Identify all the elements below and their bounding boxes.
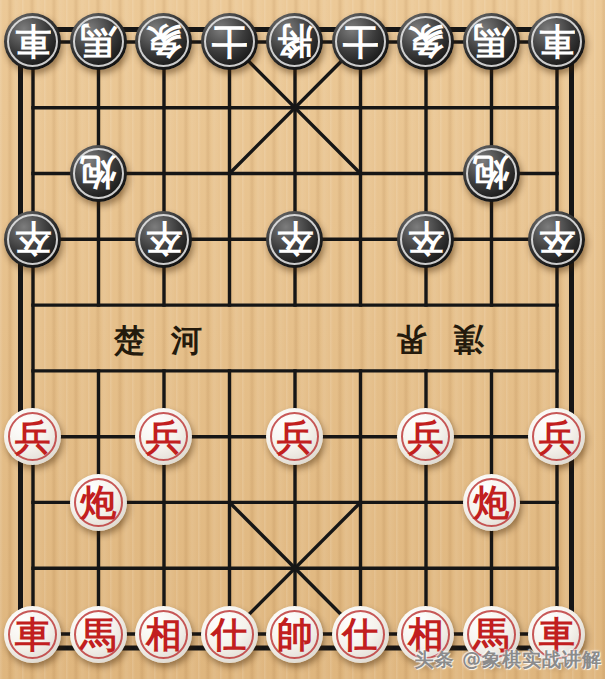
piece-glyph: 兵 — [277, 419, 313, 455]
board-cell[interactable]: 兵 — [131, 404, 197, 470]
piece-black-soldier[interactable]: 卒 — [528, 211, 585, 268]
board-cell[interactable] — [459, 535, 525, 601]
piece-black-cannon[interactable]: 炮 — [70, 145, 127, 202]
board-cell[interactable] — [328, 206, 394, 272]
board-cell[interactable]: 馬 — [66, 601, 132, 667]
board-cell[interactable]: 將 — [262, 9, 328, 75]
piece-glyph: 將 — [277, 24, 313, 60]
piece-glyph: 仕 — [342, 616, 378, 652]
piece-glyph: 兵 — [15, 419, 51, 455]
piece-red-soldier[interactable]: 兵 — [135, 408, 192, 465]
piece-black-cannon[interactable]: 炮 — [463, 145, 520, 202]
board-cell[interactable] — [197, 206, 263, 272]
piece-glyph: 車 — [539, 24, 575, 60]
board-cell[interactable] — [459, 75, 525, 141]
board-cell[interactable] — [328, 272, 394, 338]
board-cell[interactable]: 馬 — [459, 9, 525, 75]
board-cell[interactable] — [393, 535, 459, 601]
board-cell[interactable]: 炮 — [66, 141, 132, 207]
piece-black-soldier[interactable]: 卒 — [266, 211, 323, 268]
board-cell[interactable] — [66, 206, 132, 272]
piece-glyph: 士 — [342, 24, 378, 60]
piece-glyph: 馬 — [473, 24, 509, 60]
board-cell[interactable] — [0, 470, 66, 536]
piece-black-advisor[interactable]: 士 — [332, 13, 389, 70]
piece-red-advisor[interactable]: 仕 — [332, 606, 389, 663]
piece-glyph: 卒 — [277, 221, 313, 257]
piece-glyph: 炮 — [80, 155, 116, 191]
board-cell[interactable] — [131, 470, 197, 536]
board-cell[interactable]: 馬 — [66, 9, 132, 75]
board-cell[interactable]: 卒 — [262, 206, 328, 272]
piece-black-elephant[interactable]: 象 — [397, 13, 454, 70]
board-cell[interactable] — [393, 75, 459, 141]
board-cell[interactable]: 象 — [393, 9, 459, 75]
board-cell[interactable] — [262, 535, 328, 601]
board-cell[interactable]: 仕 — [197, 601, 263, 667]
piece-glyph: 卒 — [539, 221, 575, 257]
piece-black-soldier[interactable]: 卒 — [4, 211, 61, 268]
board-cell[interactable]: 仕 — [328, 601, 394, 667]
piece-red-advisor[interactable]: 仕 — [201, 606, 258, 663]
board-cell[interactable]: 相 — [131, 601, 197, 667]
board-cell[interactable]: 帥 — [262, 601, 328, 667]
board-cell[interactable]: 炮 — [459, 470, 525, 536]
board-cell[interactable] — [0, 272, 66, 338]
piece-black-soldier[interactable]: 卒 — [397, 211, 454, 268]
board-cell[interactable]: 炮 — [66, 470, 132, 536]
board-cell[interactable] — [66, 404, 132, 470]
board-cell[interactable]: 卒 — [524, 206, 590, 272]
piece-red-soldier[interactable]: 兵 — [528, 408, 585, 465]
piece-glyph: 象 — [146, 24, 182, 60]
board-cell[interactable] — [262, 141, 328, 207]
board-cell[interactable] — [197, 141, 263, 207]
board-cell[interactable] — [0, 535, 66, 601]
piece-black-soldier[interactable]: 卒 — [135, 211, 192, 268]
board-cells: 車馬象士將士象馬車炮炮卒卒卒卒卒兵兵兵兵兵炮炮車馬相仕帥仕相馬車 — [0, 9, 590, 667]
board-cell[interactable] — [524, 75, 590, 141]
piece-black-advisor[interactable]: 士 — [201, 13, 258, 70]
board-cell[interactable]: 象 — [131, 9, 197, 75]
board-cell[interactable] — [66, 272, 132, 338]
board-cell[interactable]: 卒 — [131, 206, 197, 272]
board-cell[interactable] — [131, 535, 197, 601]
piece-glyph: 炮 — [80, 484, 116, 520]
piece-glyph: 相 — [146, 616, 182, 652]
board-cell[interactable] — [66, 75, 132, 141]
board-cell[interactable] — [0, 75, 66, 141]
board-cell[interactable] — [0, 338, 66, 404]
piece-black-chariot[interactable]: 車 — [528, 13, 585, 70]
piece-red-horse[interactable]: 馬 — [70, 606, 127, 663]
piece-glyph: 馬 — [80, 24, 116, 60]
board-cell[interactable] — [262, 470, 328, 536]
piece-red-cannon[interactable]: 炮 — [70, 474, 127, 531]
board-cell[interactable] — [197, 404, 263, 470]
board-cell[interactable]: 炮 — [459, 141, 525, 207]
board-cell[interactable]: 兵 — [393, 404, 459, 470]
piece-glyph: 炮 — [473, 484, 509, 520]
board-cell[interactable] — [197, 535, 263, 601]
piece-glyph: 卒 — [408, 221, 444, 257]
board-cell[interactable] — [328, 404, 394, 470]
board-cell[interactable] — [131, 338, 197, 404]
board-cell[interactable] — [197, 272, 263, 338]
watermark: 头条 @象棋实战讲解 — [414, 647, 602, 673]
piece-glyph: 車 — [15, 616, 51, 652]
board-cell[interactable]: 兵 — [262, 404, 328, 470]
piece-black-general[interactable]: 將 — [266, 13, 323, 70]
board-cell[interactable]: 車 — [0, 601, 66, 667]
board-cell[interactable] — [393, 141, 459, 207]
board-cell[interactable] — [459, 338, 525, 404]
board-cell[interactable] — [328, 470, 394, 536]
board-cell[interactable] — [0, 141, 66, 207]
board-cell[interactable] — [393, 272, 459, 338]
board-cell[interactable] — [262, 338, 328, 404]
piece-black-chariot[interactable]: 車 — [4, 13, 61, 70]
board-cell[interactable] — [66, 535, 132, 601]
board-cell[interactable] — [524, 535, 590, 601]
board-cell[interactable]: 車 — [0, 9, 66, 75]
piece-black-horse[interactable]: 馬 — [463, 13, 520, 70]
board-cell[interactable] — [262, 272, 328, 338]
board-cell[interactable] — [328, 141, 394, 207]
piece-red-elephant[interactable]: 相 — [135, 606, 192, 663]
piece-glyph: 帥 — [277, 616, 313, 652]
piece-red-cannon[interactable]: 炮 — [463, 474, 520, 531]
board-cell[interactable] — [459, 404, 525, 470]
board-cell[interactable] — [197, 338, 263, 404]
board-cell[interactable]: 兵 — [0, 404, 66, 470]
board-cell[interactable] — [262, 75, 328, 141]
piece-glyph: 馬 — [80, 616, 116, 652]
piece-red-general[interactable]: 帥 — [266, 606, 323, 663]
piece-red-soldier[interactable]: 兵 — [266, 408, 323, 465]
piece-glyph: 象 — [408, 24, 444, 60]
board-cell[interactable] — [393, 470, 459, 536]
board-cell[interactable] — [197, 75, 263, 141]
board-cell[interactable] — [524, 338, 590, 404]
piece-glyph: 卒 — [15, 221, 51, 257]
board-cell[interactable] — [131, 75, 197, 141]
piece-red-soldier[interactable]: 兵 — [4, 408, 61, 465]
piece-glyph: 兵 — [408, 419, 444, 455]
board-cell[interactable] — [131, 141, 197, 207]
board-cell[interactable]: 士 — [197, 9, 263, 75]
board-cell[interactable] — [459, 272, 525, 338]
piece-red-soldier[interactable]: 兵 — [397, 408, 454, 465]
piece-red-chariot[interactable]: 車 — [4, 606, 61, 663]
piece-glyph: 士 — [211, 24, 247, 60]
board-cell[interactable] — [328, 75, 394, 141]
board-cell[interactable]: 車 — [524, 9, 590, 75]
xiangqi-board: 楚河 漢界 車馬象士將士象馬車炮炮卒卒卒卒卒兵兵兵兵兵炮炮車馬相仕帥仕相馬車 头… — [0, 0, 605, 679]
board-cell[interactable] — [459, 206, 525, 272]
piece-glyph: 仕 — [211, 616, 247, 652]
board-cell[interactable] — [393, 338, 459, 404]
board-cell[interactable] — [524, 272, 590, 338]
board-cell[interactable] — [197, 470, 263, 536]
piece-glyph: 兵 — [146, 419, 182, 455]
board-cell[interactable]: 卒 — [0, 206, 66, 272]
board-cell[interactable] — [131, 272, 197, 338]
board-cell[interactable]: 士 — [328, 9, 394, 75]
board-cell[interactable]: 卒 — [393, 206, 459, 272]
board-cell[interactable] — [328, 338, 394, 404]
board-cell[interactable]: 兵 — [524, 404, 590, 470]
piece-glyph: 卒 — [146, 221, 182, 257]
piece-glyph: 車 — [15, 24, 51, 60]
board-cell[interactable] — [524, 141, 590, 207]
piece-black-elephant[interactable]: 象 — [135, 13, 192, 70]
board-cell[interactable] — [328, 535, 394, 601]
piece-glyph: 兵 — [539, 419, 575, 455]
board-cell[interactable] — [66, 338, 132, 404]
piece-glyph: 炮 — [473, 155, 509, 191]
board-cell[interactable] — [524, 470, 590, 536]
piece-black-horse[interactable]: 馬 — [70, 13, 127, 70]
